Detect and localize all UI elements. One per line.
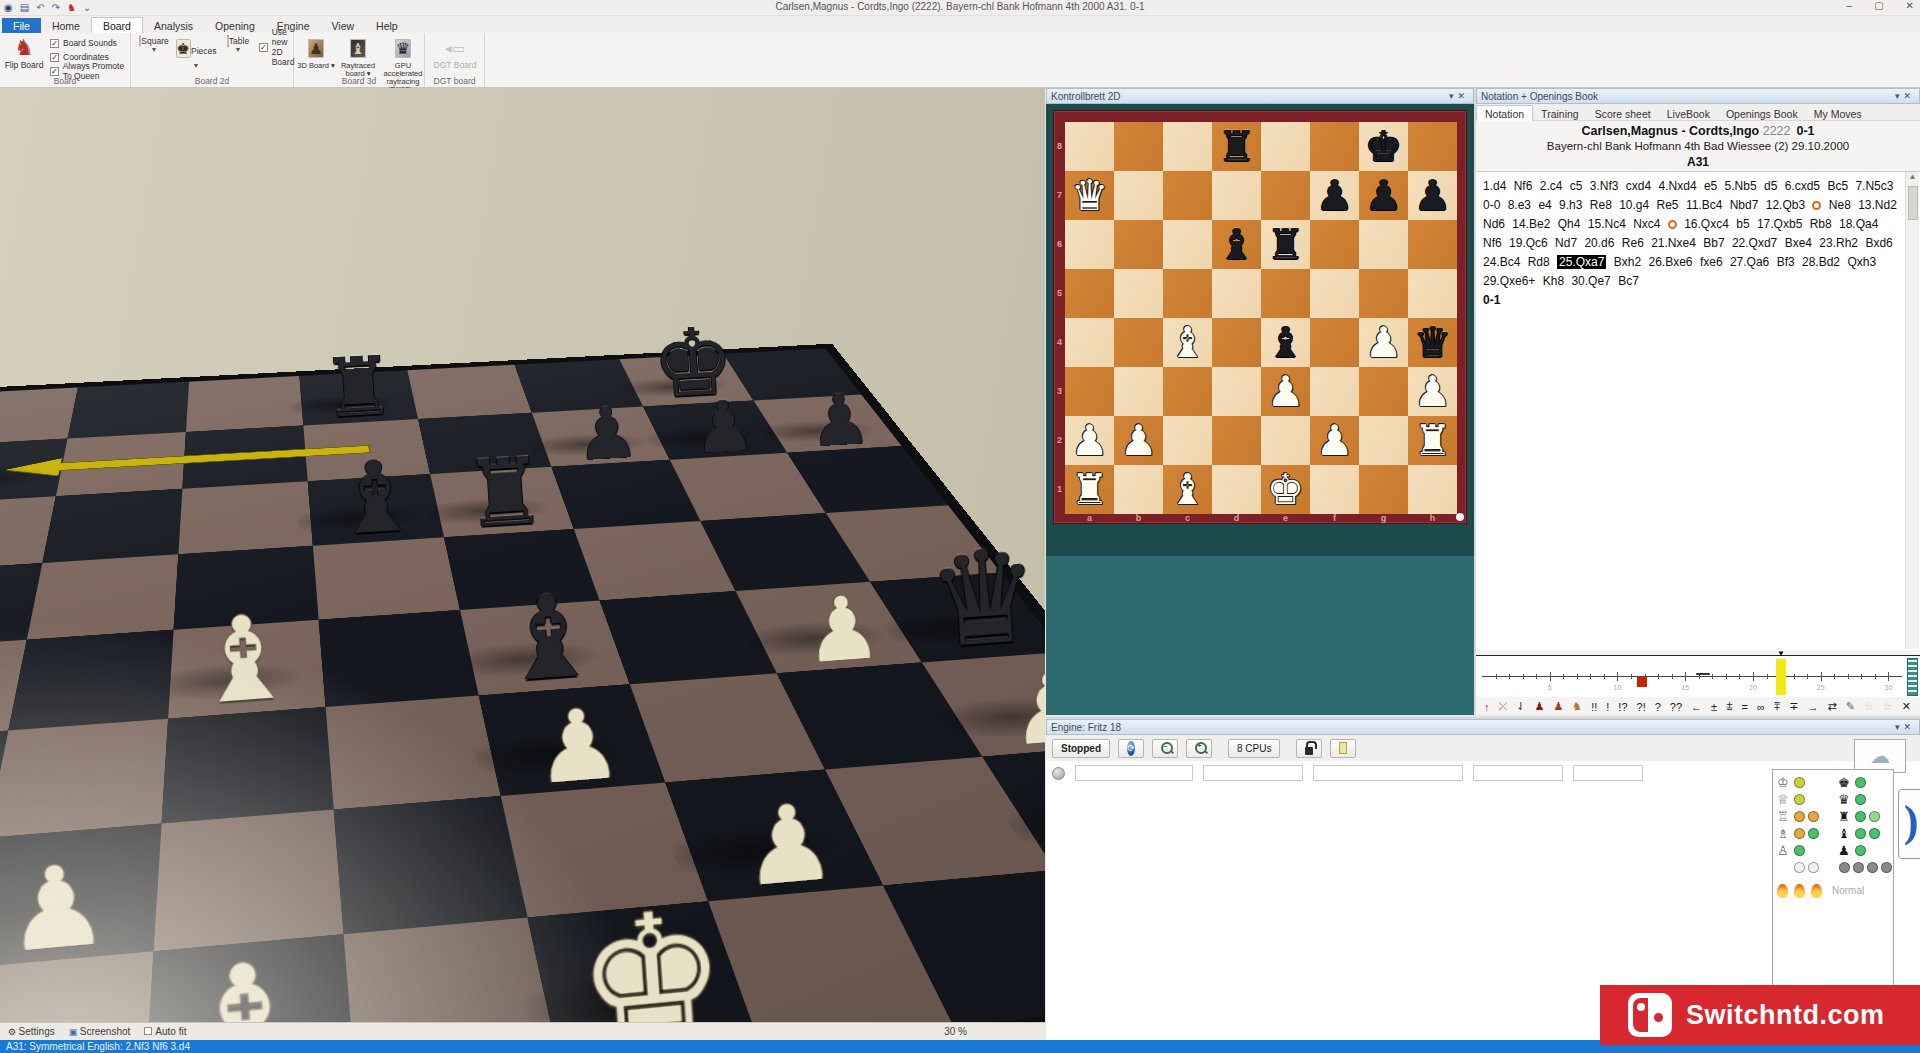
square3d-b1[interactable] [0, 951, 154, 1022]
notation-tab-notation[interactable]: Notation [1476, 105, 1533, 121]
square-a6[interactable] [1065, 220, 1114, 269]
event-line: Bayern-chl Bank Hofmann 4th Bad Wiessee … [1476, 140, 1920, 152]
move-token[interactable]: 24.Bc4 [1483, 255, 1520, 269]
panel2d-close-icon[interactable]: ✕ [1457, 91, 1469, 101]
board3d-thumbnail-icon: ♟ [308, 39, 323, 58]
square-e8[interactable] [1261, 122, 1310, 171]
square-b1[interactable] [1114, 465, 1163, 514]
annotation-symbol-button[interactable]: ⇃ [1516, 700, 1525, 713]
move-token[interactable]: Bxh2 [1614, 255, 1641, 269]
flip-board-button[interactable]: ♞ Flip Board [2, 36, 46, 70]
move-token[interactable]: Rd8 [1528, 255, 1550, 269]
square-d4[interactable] [1212, 318, 1261, 367]
rank-label-7: 7 [1055, 190, 1064, 200]
annotation-symbol-button[interactable]: ♟ [1553, 700, 1563, 713]
move-token[interactable]: 29.Qxe6+ [1483, 274, 1535, 288]
refresh-icon: ⟳ [1127, 741, 1135, 756]
square-b7[interactable] [1114, 171, 1163, 220]
dgt-board-button[interactable]: ◂▭ DGT Board [433, 36, 477, 70]
move-list[interactable]: 1.d4 Nf6 2.c4 c5 3.Nf3 cxd4 4.Nxd4 e5 5.… [1476, 171, 1920, 650]
move-token[interactable]: Nxc4 [1633, 217, 1660, 231]
ribbon-tab-help[interactable]: Help [365, 18, 409, 33]
piece3d-white-bishop-c1[interactable]: ♝ [130, 858, 355, 1022]
square-a8[interactable] [1065, 122, 1114, 171]
square-b4[interactable] [1114, 318, 1163, 367]
engine-field [1573, 765, 1643, 781]
ribbon-tab-board[interactable]: Board [91, 17, 143, 33]
piece-black-pawn-g7[interactable]: ♟ [1359, 171, 1408, 220]
move-token[interactable]: Re5 [1657, 198, 1679, 212]
ribbon-group-board2d: Square▼♚Pieces▼Table▼ ✓Use new 2D Board … [131, 33, 294, 87]
piece3d-black-bishop-e4[interactable]: ♝ [466, 520, 627, 701]
piece-white-bishop-c1[interactable]: ♝ [1163, 465, 1212, 514]
notation-tab-livebook[interactable]: LiveBook [1659, 106, 1718, 121]
square-h1[interactable] [1408, 465, 1457, 514]
file-label-b: b [1114, 513, 1163, 523]
move-token[interactable]: 15.Nc4 [1588, 217, 1626, 231]
piece-white-pawn-g4[interactable]: ♟ [1359, 318, 1408, 367]
annotation-symbol-button[interactable]: !! [1591, 701, 1597, 713]
rank-label-3: 3 [1055, 386, 1064, 396]
square-d7[interactable] [1212, 171, 1261, 220]
move-token[interactable]: 9.h3 [1559, 198, 1582, 212]
notation-tab-openings-book[interactable]: Openings Book [1718, 106, 1806, 121]
file-label-a: a [1065, 513, 1114, 523]
square-g1[interactable] [1359, 465, 1408, 514]
square3d-d3[interactable] [325, 695, 501, 809]
annotation-symbol-button[interactable]: ← [1691, 701, 1702, 713]
square-b5[interactable] [1114, 269, 1163, 318]
magnifier-minus-icon: – [1161, 742, 1169, 754]
square3d-c1[interactable] [144, 934, 355, 1022]
square-e2[interactable] [1261, 416, 1310, 465]
square-g3[interactable] [1359, 367, 1408, 416]
square-b6[interactable] [1114, 220, 1163, 269]
square-a4[interactable] [1065, 318, 1114, 367]
move-token[interactable]: e5 [1704, 179, 1717, 193]
move-token[interactable]: Bxe4 [1785, 236, 1812, 250]
current-move-pointer: ▼ [1777, 649, 1785, 658]
annotation-symbol-button[interactable]: ✎ [1846, 700, 1855, 713]
square-g2[interactable] [1359, 416, 1408, 465]
move-token[interactable]: 6.cxd5 [1785, 179, 1820, 193]
annotation-symbol-button[interactable]: ?! [1637, 701, 1646, 713]
material-row [1777, 859, 1889, 876]
move-token[interactable]: 26.Bxe6 [1648, 255, 1692, 269]
piece-white-pawn-b2[interactable]: ♟ [1114, 416, 1163, 465]
chevron-down-icon: ▼ [217, 46, 259, 53]
engine-titlebar[interactable]: Engine: Fritz 18 ▾✕ [1046, 719, 1920, 735]
piece-white-pawn-h3[interactable]: ♟ [1408, 367, 1457, 416]
engine-field [1203, 765, 1303, 781]
move-token[interactable]: 4.Nxd4 [1659, 179, 1697, 193]
move-token[interactable]: 20.d6 [1584, 236, 1614, 250]
engine-status-icon [1052, 767, 1065, 780]
material-row: ♗♝ [1777, 825, 1889, 842]
move-token[interactable]: Re6 [1622, 236, 1644, 250]
fire-icon [1811, 884, 1822, 898]
move-token[interactable]: Re8 [1590, 198, 1612, 212]
square3d-b5[interactable] [26, 554, 178, 640]
square-h8[interactable] [1408, 122, 1457, 171]
annotation-symbol-button[interactable]: ☆ [1864, 700, 1874, 713]
move-token[interactable]: 21.Nxe4 [1651, 236, 1696, 250]
board-3d[interactable]: ♜♚♛♟♟♟♝♜♝♝♟♛♟♟♟♟♟♜♜♝♚ [0, 344, 1045, 1022]
square-g5[interactable] [1359, 269, 1408, 318]
square-c6[interactable] [1163, 220, 1212, 269]
ribbon-tab-file[interactable]: File [2, 18, 41, 33]
move-token[interactable]: Rb8 [1810, 217, 1832, 231]
move-token[interactable]: 16.Qxc4 [1684, 217, 1729, 231]
square-h5[interactable] [1408, 269, 1457, 318]
square-b8[interactable] [1114, 122, 1163, 171]
move-token[interactable]: 27.Qa6 [1730, 255, 1769, 269]
notation-tab-my-moves[interactable]: My Moves [1806, 106, 1870, 121]
move-token[interactable]: 3.Nf3 [1590, 179, 1619, 193]
material-row: ♔♚ [1777, 774, 1889, 791]
board-3d-panel: ♜♚♛♟♟♟♝♜♝♝♟♛♟♟♟♟♟♜♜♝♚ ⚙ Settings ▣ Scree… [0, 88, 1045, 1040]
square-g6[interactable] [1359, 220, 1408, 269]
file-label-f: f [1310, 513, 1359, 523]
piece3d-white-pawn-h3[interactable]: ♟ [965, 570, 1045, 762]
annotation-symbol-button[interactable]: ? [1655, 701, 1661, 713]
move-token[interactable]: 10.g4 [1619, 198, 1649, 212]
autofit-checkbox[interactable]: Auto fit [144, 1026, 186, 1037]
evaluation-graph[interactable]: 51015202530 ▼ [1476, 655, 1920, 697]
square3d-c4[interactable] [168, 620, 325, 719]
square-f8[interactable] [1310, 122, 1359, 171]
annotation-symbol-button[interactable]: ± [1711, 701, 1717, 713]
square-e7[interactable] [1261, 171, 1310, 220]
piece-white-pawn-f2[interactable]: ♟ [1310, 416, 1359, 465]
board-2d-frame: ♜♚♛♟♟♟♝♜♝♝♟♛♟♟♟♟♟♜♜♝♚ 87654321abcdefgh [1053, 110, 1467, 524]
engine-field [1313, 765, 1463, 781]
ribbon-tab-view[interactable]: View [320, 18, 365, 33]
screenshot-button[interactable]: ▣ Screenshot [69, 1026, 131, 1037]
engine-stopped-button[interactable]: Stopped [1052, 739, 1110, 758]
board-3d-statusbar: ⚙ Settings ▣ Screenshot Auto fit 30 % [0, 1022, 1045, 1040]
annotation-symbol-button[interactable]: ?? [1670, 701, 1682, 713]
watermark-text: Switchntd.com [1686, 1000, 1885, 1031]
checkbox-icon: ✓ [259, 43, 268, 52]
square3d-e4[interactable] [460, 600, 629, 695]
annotation-symbol-button[interactable]: ♟ [1535, 700, 1545, 713]
piece-black-bishop-e4[interactable]: ♝ [1261, 318, 1310, 367]
square-c2[interactable] [1163, 416, 1212, 465]
piece3d-black-bishop-d6[interactable]: ♝ [303, 396, 444, 552]
move-token[interactable]: Nf6 [1483, 236, 1502, 250]
square-f6[interactable] [1310, 220, 1359, 269]
square-b3[interactable] [1114, 367, 1163, 416]
move-token[interactable]: Bc5 [1827, 179, 1848, 193]
lock-icon [1305, 747, 1313, 755]
piece3d-white-pawn-g4[interactable]: ♟ [762, 501, 917, 678]
square3d-b8[interactable] [67, 382, 189, 439]
ribbon-tab-analysis[interactable]: Analysis [143, 18, 204, 33]
zoom-out-button[interactable]: – [1152, 739, 1178, 758]
lock-button[interactable] [1296, 739, 1322, 758]
ribbon-group-board: ♞ Flip Board ✓Board Sounds✓Coordinates✓A… [0, 33, 131, 87]
annotation-symbol-button[interactable]: ! [1606, 701, 1609, 713]
eco-code: A31 [1476, 155, 1920, 169]
minimize-button[interactable]: – [1847, 0, 1853, 11]
board2d-pieces-button[interactable]: ♚Pieces▼ [175, 36, 217, 69]
square-e5[interactable] [1261, 269, 1310, 318]
move-token[interactable]: Kh8 [1543, 274, 1564, 288]
engine-refresh-button[interactable]: ⟳ [1118, 739, 1144, 758]
square-d2[interactable] [1212, 416, 1261, 465]
notation-tab-training[interactable]: Training [1533, 106, 1587, 121]
piece-black-pawn-h7[interactable]: ♟ [1408, 171, 1457, 220]
move-token[interactable]: 30.Qe7 [1571, 274, 1610, 288]
move-token[interactable]: cxd4 [1626, 179, 1651, 193]
panel2d-titlebar[interactable]: Kontrollbrett 2D ▾✕ [1046, 88, 1474, 104]
square3d-b2[interactable] [0, 824, 162, 969]
move-token[interactable]: 22.Qxd7 [1732, 236, 1777, 250]
square3d-e3[interactable] [479, 684, 665, 796]
piece3d-white-bishop-c4[interactable]: ♝ [158, 539, 326, 724]
move-token[interactable]: e4 [1538, 198, 1551, 212]
move-token[interactable]: Qxh3 [1847, 255, 1876, 269]
move-token[interactable]: 19.Qc6 [1509, 236, 1548, 250]
move-token[interactable]: 7.N5c3 [1855, 179, 1893, 193]
checkbox-icon [144, 1027, 152, 1035]
board3d-thumbnail-icon: ♛ [395, 39, 411, 58]
piece-black-king-g8[interactable]: ♚ [1359, 122, 1408, 171]
piece-black-queen-h4[interactable]: ♛ [1408, 318, 1457, 367]
square-c8[interactable] [1163, 122, 1212, 171]
table-thumbnail-icon [227, 35, 229, 47]
move-token[interactable]: d5 [1764, 179, 1777, 193]
move-token[interactable]: b5 [1736, 217, 1749, 231]
game-header: Carlsen,Magnus - Cordts,Ingo 22220-1 Bay… [1476, 121, 1920, 169]
file-label-d: d [1212, 513, 1261, 523]
annotation-symbol-button[interactable]: ☆ [1883, 700, 1893, 713]
notation-close-icon[interactable]: ✕ [1903, 91, 1915, 101]
square-d1[interactable] [1212, 465, 1261, 514]
piece3d-white-pawn-b2[interactable]: ♟ [0, 744, 156, 973]
square3d-c8[interactable] [186, 376, 303, 432]
zoom-in-button[interactable]: + [1186, 739, 1212, 758]
move-token[interactable]: Nbd7 [1730, 198, 1759, 212]
move-token[interactable]: Bc7 [1618, 274, 1639, 288]
square3d-d5[interactable] [312, 537, 460, 620]
square3d-d2[interactable] [333, 796, 527, 934]
move-token[interactable]: 8.e3 [1508, 198, 1531, 212]
file-label-g: g [1359, 513, 1408, 523]
square3d-c2[interactable] [154, 810, 343, 951]
engine-field [1075, 765, 1193, 781]
piece-black-rook-d8[interactable]: ♜ [1212, 122, 1261, 171]
move-token[interactable]: Nd7 [1555, 236, 1577, 250]
square-h6[interactable] [1408, 220, 1457, 269]
piece-white-king-e1[interactable]: ♚ [1261, 465, 1310, 514]
piece3d-black-pawn-g7[interactable]: ♟ [659, 325, 784, 466]
move-token[interactable]: Nf6 [1514, 179, 1533, 193]
move-token[interactable]: 14.Be2 [1512, 217, 1550, 231]
checkbox-use-new-2d-board[interactable]: ✓Use new 2D Board [259, 41, 295, 53]
move-token[interactable]: Bb7 [1703, 236, 1724, 250]
annotation-symbol-button[interactable]: ⤬ [1499, 700, 1508, 713]
current-move-highlight[interactable]: 25.Qxa7 [1557, 255, 1606, 269]
board-3d-scene[interactable]: ♜♚♛♟♟♟♝♜♝♝♟♛♟♟♟♟♟♜♜♝♚ [0, 88, 1045, 1022]
annotation-symbol-button[interactable]: ↑ [1484, 701, 1490, 713]
annotation-symbol-button[interactable]: !? [1618, 701, 1627, 713]
settings-button[interactable]: ⚙ Settings [8, 1026, 55, 1037]
piece-black-bishop-d6[interactable]: ♝ [1212, 220, 1261, 269]
annotation-symbols-toolbar: ↑⤬⇃♟♟♞!!!!??!???←±⩲=∞⩱∓→⇄✎☆☆✕❕ [1476, 698, 1920, 715]
board2d-square-button[interactable]: Square▼ [133, 36, 175, 53]
piece-white-rook-h2[interactable]: ♜ [1408, 416, 1457, 465]
ribbon-tab-opening[interactable]: Opening [204, 18, 266, 33]
move-token[interactable]: Bf3 [1777, 255, 1795, 269]
move-token[interactable]: 12.Qb3 [1766, 198, 1805, 212]
side-to-move-indicator [1456, 513, 1464, 521]
annotation-symbol-button[interactable]: ♞ [1572, 700, 1582, 713]
square-f3[interactable] [1310, 367, 1359, 416]
piece3d-white-pawn-e3[interactable]: ♟ [487, 603, 662, 802]
scroll-up-icon[interactable]: ▲ [1906, 172, 1919, 181]
annotation-circle-icon[interactable] [1668, 220, 1677, 229]
close-button[interactable]: ✕ [1906, 0, 1914, 11]
watermark-banner: Switchntd.com [1600, 985, 1920, 1045]
ribbon-group-dgt: ◂▭ DGT Board DGT board [425, 33, 485, 87]
piece-white-bishop-c4[interactable]: ♝ [1163, 318, 1212, 367]
player-elo: 2222 [1763, 124, 1791, 138]
cloud-icon: ☁ [1870, 745, 1890, 767]
control-board-2d-panel: Kontrollbrett 2D ▾✕ ♜♚♛♟♟♟♝♜♝♝♟♛♟♟♟♟♟♜♜♝… [1046, 88, 1474, 715]
piece-black-rook-e6[interactable]: ♜ [1261, 220, 1310, 269]
move-token[interactable]: 28.Bd2 [1802, 255, 1840, 269]
move-token[interactable]: 5.Nb5 [1725, 179, 1757, 193]
square-a5[interactable] [1065, 269, 1114, 318]
move-list-scrollbar[interactable]: ▲ [1905, 172, 1919, 649]
notation-tabs: NotationTrainingScore sheetLiveBookOpeni… [1476, 104, 1920, 121]
square3d-a3[interactable] [0, 730, 8, 852]
move-token[interactable]: fxe6 [1700, 255, 1723, 269]
move-token[interactable]: 13.Nd2 [1858, 198, 1897, 212]
square-f4[interactable] [1310, 318, 1359, 367]
move-token[interactable]: 17.Qxb5 [1757, 217, 1802, 231]
square3d-b3[interactable] [0, 718, 168, 838]
board2d-table-button[interactable]: Table▼ [217, 36, 259, 53]
switch-logo-icon [1628, 993, 1672, 1037]
dgt-board-icon: ◂▭ [433, 36, 477, 60]
scrollbar-thumb[interactable] [1908, 186, 1918, 220]
square-c3[interactable] [1163, 367, 1212, 416]
annotation-symbol-button[interactable]: = [1742, 701, 1748, 713]
piece-black-pawn-f7[interactable]: ♟ [1310, 171, 1359, 220]
notation-titlebar[interactable]: Notation + Openings Book ▾✕ [1476, 88, 1920, 104]
expand-panel-button[interactable]: ) [1898, 789, 1920, 859]
square-f1[interactable] [1310, 465, 1359, 514]
move-token[interactable]: 23.Rh2 [1819, 236, 1858, 250]
cpu-count-button[interactable]: 8 CPUs [1228, 739, 1280, 758]
move-token[interactable]: Qh4 [1558, 217, 1581, 231]
notation-tab-score-sheet[interactable]: Score sheet [1587, 106, 1659, 121]
players-names: Carlsen,Magnus - Cordts,Ingo [1581, 124, 1759, 138]
notes-button[interactable] [1330, 739, 1356, 758]
piece-white-pawn-a2[interactable]: ♟ [1065, 416, 1114, 465]
square-c5[interactable] [1163, 269, 1212, 318]
checkbox-icon: ✓ [50, 53, 59, 62]
move-token[interactable]: 11.Bc4 [1686, 198, 1722, 212]
square3d-e2[interactable] [501, 783, 708, 918]
fire-row: Normal [1777, 882, 1889, 899]
piece3d-black-pawn-h7[interactable]: ♟ [775, 319, 899, 459]
move-token[interactable]: Nd6 [1483, 217, 1505, 231]
engine-output-fields [1052, 765, 1643, 781]
notation-title: Notation + Openings Book [1481, 91, 1598, 102]
board3d-button-0[interactable]: ♟3D Board ▾ [296, 36, 336, 70]
maximize-button[interactable]: ▢ [1874, 0, 1883, 11]
square3d-d1[interactable] [343, 917, 560, 1022]
window-title: Carlsen,Magnus - Cordts,Ingo (2222). Bay… [0, 1, 1920, 12]
board-2d[interactable]: ♜♚♛♟♟♟♝♜♝♝♟♛♟♟♟♟♟♜♜♝♚ [1065, 122, 1457, 514]
piece3d-white-queen-a7[interactable]: ♛ [0, 361, 57, 510]
move-token[interactable]: c5 [1570, 179, 1583, 193]
engine-close-icon[interactable]: ✕ [1903, 722, 1915, 732]
square3d-d4[interactable] [318, 610, 478, 707]
engine-field [1473, 765, 1563, 781]
move-token[interactable]: 0-0 [1483, 198, 1500, 212]
square3d-c3[interactable] [162, 707, 334, 824]
board3d-button-1[interactable]: ♝Raytraced board ▾ [336, 36, 380, 78]
annotation-symbol-button[interactable]: ∓ [1789, 700, 1798, 713]
rank-label-8: 8 [1055, 141, 1064, 151]
move-token[interactable]: Bxd6 [1865, 236, 1892, 250]
square-d3[interactable] [1212, 367, 1261, 416]
checkbox-icon: ✓ [50, 67, 59, 76]
checkbox-board-sounds[interactable]: ✓Board Sounds [50, 37, 130, 49]
piece-white-rook-a1[interactable]: ♜ [1065, 465, 1114, 514]
piece-white-queen-a7[interactable]: ♛ [1065, 171, 1114, 220]
square3d-b4[interactable] [8, 630, 174, 731]
magnifier-plus-icon: + [1195, 742, 1203, 754]
rank-label-5: 5 [1055, 288, 1064, 298]
cloud-engine-button[interactable]: ☁ [1854, 739, 1906, 773]
square-a3[interactable] [1065, 367, 1114, 416]
material-row: ♕♛ [1777, 791, 1889, 808]
flip-board-icon: ♞ [2, 36, 46, 60]
move-token[interactable]: 2.c4 [1540, 179, 1563, 193]
square-d5[interactable] [1212, 269, 1261, 318]
piece3d-white-king-e1[interactable]: ♚ [543, 824, 756, 1022]
annotation-circle-icon[interactable] [1812, 201, 1821, 210]
annotation-symbol-button[interactable]: ⇄ [1828, 700, 1837, 713]
current-move-marker [1776, 659, 1786, 695]
square3d-a4[interactable] [0, 640, 26, 743]
material-row: ♖♜ [1777, 808, 1889, 825]
file-label-e: e [1261, 513, 1310, 523]
annotation-symbol-button[interactable]: ∞ [1757, 701, 1765, 713]
move-token[interactable]: 18.Qa4 [1839, 217, 1878, 231]
piece-white-pawn-e3[interactable]: ♟ [1261, 367, 1310, 416]
square-thumbnail-icon [139, 35, 141, 47]
annotation-symbol-button[interactable]: ⩱ [1774, 700, 1780, 713]
annotation-symbol-button[interactable]: → [1808, 701, 1819, 713]
annotation-symbol-button[interactable]: ✕ [1902, 700, 1911, 713]
eval-red-marker [1637, 677, 1647, 687]
move-token[interactable]: Ne8 [1829, 198, 1851, 212]
square-c7[interactable] [1163, 171, 1212, 220]
square3d-a5[interactable] [0, 563, 42, 650]
move-token[interactable]: 1.d4 [1483, 179, 1506, 193]
piece3d-black-rook-e6[interactable]: ♜ [433, 389, 572, 543]
square-f5[interactable] [1310, 269, 1359, 318]
annotation-symbol-button[interactable]: ⩲ [1726, 700, 1732, 713]
ribbon-tab-home[interactable]: Home [41, 18, 91, 33]
